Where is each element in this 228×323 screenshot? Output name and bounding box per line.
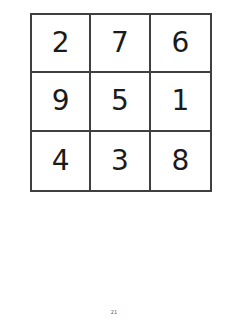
cell-r2c2: 5: [91, 73, 150, 131]
page-number: 21: [0, 309, 228, 315]
page: 2 7 6 9 5 1 4 3 8 21: [0, 0, 228, 323]
cell-r2c1: 9: [32, 73, 91, 131]
cell-r2c3: 1: [151, 73, 210, 131]
cell-r1c2: 7: [91, 15, 150, 73]
cell-r1c3: 6: [151, 15, 210, 73]
magic-square-board: 2 7 6 9 5 1 4 3 8: [30, 13, 212, 192]
cell-r3c2: 3: [91, 132, 150, 190]
cell-r3c1: 4: [32, 132, 91, 190]
cell-r3c3: 8: [151, 132, 210, 190]
cell-r1c1: 2: [32, 15, 91, 73]
